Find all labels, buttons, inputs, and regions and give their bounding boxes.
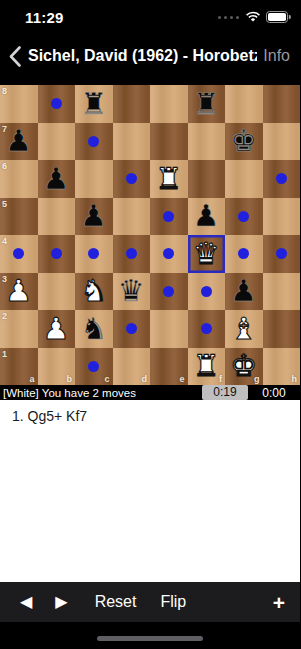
square-g1[interactable]: g♚: [225, 348, 263, 386]
legal-move-dot[interactable]: [201, 323, 212, 334]
square-e6[interactable]: ♜: [150, 160, 188, 198]
home-indicator[interactable]: [97, 636, 203, 641]
legal-move-dot[interactable]: [13, 248, 24, 259]
next-move-button[interactable]: ▶: [55, 594, 67, 610]
square-g3[interactable]: ♟: [225, 273, 263, 311]
square-c3[interactable]: ♞: [75, 273, 113, 311]
rank-label-3: 3: [2, 274, 7, 284]
rank-label-7: 7: [2, 124, 7, 134]
square-f6[interactable]: [188, 160, 226, 198]
square-a3[interactable]: 3♟: [0, 273, 38, 311]
square-e7[interactable]: [150, 123, 188, 161]
square-e2[interactable]: [150, 310, 188, 348]
rank-label-6: 6: [2, 161, 7, 171]
square-a8[interactable]: 8: [0, 85, 38, 123]
square-a7[interactable]: 7♟: [0, 123, 38, 161]
square-a5[interactable]: 5: [0, 198, 38, 236]
square-f7[interactable]: [188, 123, 226, 161]
square-g6[interactable]: [225, 160, 263, 198]
square-f4[interactable]: ♛: [188, 235, 226, 273]
back-button[interactable]: [6, 42, 24, 70]
legal-move-dot[interactable]: [51, 98, 62, 109]
square-g8[interactable]: [225, 85, 263, 123]
file-label-b: b: [67, 374, 73, 384]
piece-black-pawn: ♟: [38, 160, 76, 198]
legal-move-dot[interactable]: [163, 211, 174, 222]
square-b3[interactable]: [38, 273, 76, 311]
square-g2[interactable]: ♝: [225, 310, 263, 348]
piece-black-rook: ♜: [188, 85, 226, 123]
piece-white-pawn: ♟: [38, 310, 76, 348]
add-button[interactable]: +: [273, 592, 285, 613]
square-b1[interactable]: b: [38, 348, 76, 386]
square-c4[interactable]: [75, 235, 113, 273]
legal-move-dot[interactable]: [88, 248, 99, 259]
file-label-e: e: [179, 374, 184, 384]
reset-button[interactable]: Reset: [95, 593, 137, 611]
square-e8[interactable]: [150, 85, 188, 123]
square-d1[interactable]: d: [113, 348, 151, 386]
square-b6[interactable]: ♟: [38, 160, 76, 198]
legal-move-dot[interactable]: [126, 323, 137, 334]
square-d7[interactable]: [113, 123, 151, 161]
file-label-g: g: [254, 374, 260, 384]
file-label-c: c: [104, 374, 109, 384]
piece-black-queen: ♛: [113, 273, 151, 311]
square-h4[interactable]: [263, 235, 301, 273]
piece-white-queen: ♛: [188, 235, 226, 273]
square-d5[interactable]: [113, 198, 151, 236]
game-status-bar: [White] You have 2 moves 0:19 0:00: [0, 385, 300, 400]
piece-black-pawn: ♟: [75, 198, 113, 236]
square-b2[interactable]: ♟: [38, 310, 76, 348]
square-e4[interactable]: [150, 235, 188, 273]
square-a4[interactable]: 4: [0, 235, 38, 273]
move-list: 1. Qg5+ Kf7: [0, 400, 300, 582]
legal-move-dot[interactable]: [88, 361, 99, 372]
square-c7[interactable]: [75, 123, 113, 161]
square-a1[interactable]: 1a: [0, 348, 38, 386]
info-button[interactable]: Info: [263, 47, 290, 65]
file-label-h: h: [292, 374, 298, 384]
legal-move-dot[interactable]: [88, 136, 99, 147]
legal-move-dot[interactable]: [126, 248, 137, 259]
piece-white-rook: ♜: [150, 160, 188, 198]
board-container: 8♜♜7♟♚6♟♜5♟♟4♛3♟♞♛♟2♟♞♝1abcdef♜g♚h: [0, 85, 300, 385]
square-b7[interactable]: [38, 123, 76, 161]
clock-time: 11:29: [25, 9, 64, 26]
chess-app: 11:29: [0, 0, 300, 649]
piece-black-pawn: ♟: [225, 273, 263, 311]
file-label-f: f: [219, 374, 222, 384]
piece-black-king: ♚: [225, 123, 263, 161]
square-h8[interactable]: [263, 85, 301, 123]
turn-message: [White] You have 2 moves: [0, 387, 136, 399]
legal-move-dot[interactable]: [201, 286, 212, 297]
rank-label-8: 8: [2, 86, 7, 96]
file-label-a: a: [29, 374, 34, 384]
square-d4[interactable]: [113, 235, 151, 273]
wifi-icon: [245, 11, 261, 23]
square-h7[interactable]: [263, 123, 301, 161]
square-e5[interactable]: [150, 198, 188, 236]
square-h1[interactable]: h: [263, 348, 301, 386]
square-h2[interactable]: [263, 310, 301, 348]
square-c2[interactable]: ♞: [75, 310, 113, 348]
square-g7[interactable]: ♚: [225, 123, 263, 161]
square-h6[interactable]: [263, 160, 301, 198]
previous-move-button[interactable]: ◀: [20, 594, 32, 610]
square-d8[interactable]: [113, 85, 151, 123]
rank-label-4: 4: [2, 236, 7, 246]
legal-move-dot[interactable]: [238, 211, 249, 222]
file-label-d: d: [142, 374, 148, 384]
piece-white-knight: ♞: [75, 273, 113, 311]
square-d2[interactable]: [113, 310, 151, 348]
legal-move-dot[interactable]: [163, 286, 174, 297]
home-indicator-area: [0, 622, 300, 649]
square-c5[interactable]: ♟: [75, 198, 113, 236]
square-b8[interactable]: [38, 85, 76, 123]
flip-button[interactable]: Flip: [160, 593, 186, 611]
square-b4[interactable]: [38, 235, 76, 273]
square-f2[interactable]: [188, 310, 226, 348]
legal-move-dot[interactable]: [276, 248, 287, 259]
square-c1[interactable]: c: [75, 348, 113, 386]
square-f1[interactable]: f♜: [188, 348, 226, 386]
square-a2[interactable]: 2: [0, 310, 38, 348]
square-a6[interactable]: 6: [0, 160, 38, 198]
square-f8[interactable]: ♜: [188, 85, 226, 123]
square-h5[interactable]: [263, 198, 301, 236]
legal-move-dot[interactable]: [276, 173, 287, 184]
square-f5[interactable]: ♟: [188, 198, 226, 236]
piece-black-knight: ♞: [75, 310, 113, 348]
square-b5[interactable]: [38, 198, 76, 236]
piece-white-bishop: ♝: [225, 310, 263, 348]
status-bar: 11:29: [0, 0, 300, 32]
black-clock: 0:00: [248, 386, 300, 400]
chess-board: 8♜♜7♟♚6♟♜5♟♟4♛3♟♞♛♟2♟♞♝1abcdef♜g♚h: [0, 85, 300, 385]
bottom-toolbar: ◀ ▶ Reset Flip +: [0, 582, 300, 622]
square-c6[interactable]: [75, 160, 113, 198]
legal-move-dot[interactable]: [163, 248, 174, 259]
square-f3[interactable]: [188, 273, 226, 311]
square-d6[interactable]: [113, 160, 151, 198]
square-e3[interactable]: [150, 273, 188, 311]
square-d3[interactable]: ♛: [113, 273, 151, 311]
cellular-signal-icon: [218, 16, 239, 19]
move-text: 1. Qg5+ Kf7: [0, 400, 300, 424]
legal-move-dot[interactable]: [51, 248, 62, 259]
white-clock: 0:19: [202, 385, 248, 400]
legal-move-dot[interactable]: [126, 173, 137, 184]
legal-move-dot[interactable]: [238, 248, 249, 259]
square-c8[interactable]: ♜: [75, 85, 113, 123]
battery-icon: [266, 11, 291, 23]
piece-black-pawn: ♟: [188, 198, 226, 236]
rank-label-2: 2: [2, 311, 7, 321]
square-e1[interactable]: e: [150, 348, 188, 386]
rank-label-5: 5: [2, 199, 7, 209]
square-g5[interactable]: [225, 198, 263, 236]
status-icons: [218, 11, 291, 23]
chevron-left-icon: [9, 46, 21, 67]
square-h3[interactable]: [263, 273, 301, 311]
nav-bar: Sichel, David (1962) - Horobetz, G… Info: [0, 32, 300, 80]
square-g4[interactable]: [225, 235, 263, 273]
piece-black-rook: ♜: [75, 85, 113, 123]
rank-label-1: 1: [2, 349, 7, 359]
game-title: Sichel, David (1962) - Horobetz, G…: [28, 47, 257, 65]
